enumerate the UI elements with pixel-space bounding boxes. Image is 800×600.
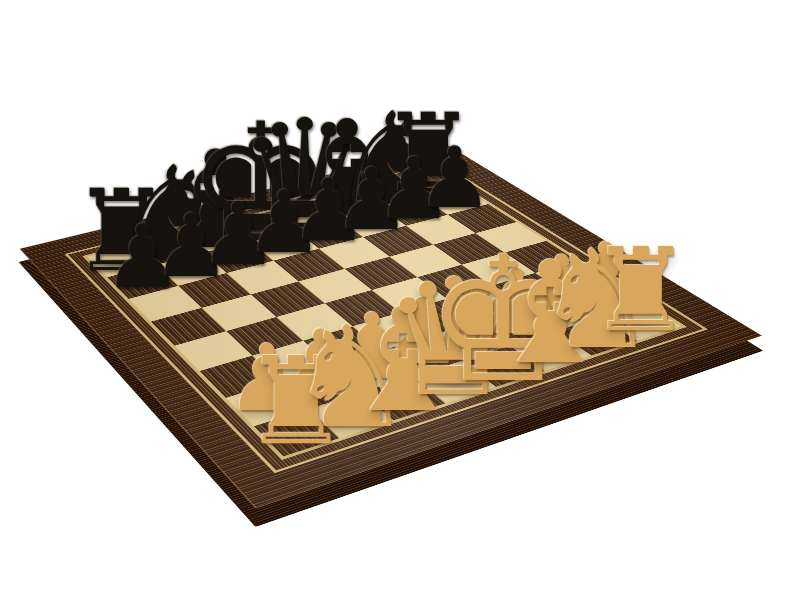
board-top-surface — [19, 146, 762, 509]
chess-set-photo: ♜♞♝♚♛♝♞♜♟♟♟♟♟♟♟♟♟♟♟♟♟♟♟♟♜♞♝♛♚♝♞♜ — [0, 0, 800, 600]
chessboard-3d — [19, 146, 762, 509]
board-grid — [87, 170, 681, 456]
